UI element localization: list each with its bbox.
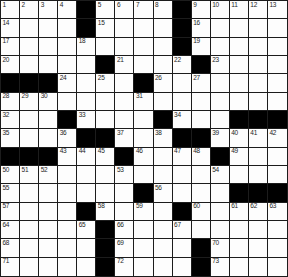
clue-number: 55 <box>3 185 10 192</box>
white-cell[interactable]: 39 <box>211 129 230 147</box>
white-cell[interactable]: 10 <box>211 1 230 19</box>
white-cell[interactable]: 6 <box>115 1 134 19</box>
black-cell <box>192 129 211 147</box>
clue-number: 14 <box>3 20 10 27</box>
clue-number: 44 <box>79 148 86 155</box>
white-cell[interactable]: 13 <box>268 1 287 19</box>
white-cell[interactable]: 19 <box>192 38 211 56</box>
black-cell <box>96 258 115 276</box>
white-cell[interactable] <box>230 258 249 276</box>
white-cell[interactable] <box>154 19 173 37</box>
clue-number: 4 <box>60 2 63 9</box>
crossword-grid: 1234567891011121314151617181920212223242… <box>0 0 288 277</box>
white-cell[interactable] <box>39 258 58 276</box>
black-cell <box>1 74 20 92</box>
white-cell[interactable] <box>230 56 249 74</box>
clue-number: 34 <box>174 112 181 119</box>
white-cell[interactable] <box>211 203 230 221</box>
black-cell <box>192 56 211 74</box>
white-cell[interactable]: 64 <box>1 221 20 239</box>
white-cell[interactable]: 26 <box>154 74 173 92</box>
white-cell[interactable]: 29 <box>20 93 39 111</box>
white-cell[interactable]: 9 <box>192 1 211 19</box>
clue-number: 12 <box>250 2 257 9</box>
clue-number: 23 <box>212 57 219 64</box>
white-cell[interactable]: 20 <box>1 56 20 74</box>
white-cell[interactable]: 42 <box>268 129 287 147</box>
black-cell <box>230 111 249 129</box>
clue-number: 18 <box>79 38 86 45</box>
white-cell[interactable]: 54 <box>211 166 230 184</box>
white-cell[interactable] <box>192 184 211 202</box>
white-cell[interactable]: 8 <box>154 1 173 19</box>
clue-number: 62 <box>250 203 257 210</box>
white-cell[interactable]: 71 <box>1 258 20 276</box>
white-cell[interactable]: 56 <box>154 184 173 202</box>
white-cell[interactable]: 27 <box>192 74 211 92</box>
white-cell[interactable]: 35 <box>1 129 20 147</box>
white-cell[interactable] <box>230 239 249 257</box>
white-cell[interactable] <box>115 74 134 92</box>
clue-number: 13 <box>269 2 276 9</box>
black-cell <box>192 258 211 276</box>
clue-number: 9 <box>193 2 196 9</box>
clue-number: 71 <box>3 258 10 265</box>
black-cell <box>20 74 39 92</box>
white-cell[interactable] <box>96 111 115 129</box>
white-cell[interactable] <box>20 221 39 239</box>
white-cell[interactable]: 73 <box>211 258 230 276</box>
white-cell[interactable] <box>115 184 134 202</box>
white-cell[interactable] <box>230 166 249 184</box>
white-cell[interactable] <box>39 111 58 129</box>
white-cell[interactable]: 38 <box>154 129 173 147</box>
white-cell[interactable] <box>154 166 173 184</box>
clue-number: 59 <box>136 203 143 210</box>
clue-number: 8 <box>155 2 158 9</box>
white-cell[interactable] <box>211 74 230 92</box>
white-cell[interactable] <box>249 38 268 56</box>
black-cell <box>134 74 153 92</box>
white-cell[interactable] <box>77 56 96 74</box>
white-cell[interactable]: 37 <box>115 129 134 147</box>
white-cell[interactable] <box>192 111 211 129</box>
clue-number: 33 <box>79 112 86 119</box>
clue-number: 66 <box>117 222 124 229</box>
white-cell[interactable] <box>211 93 230 111</box>
white-cell[interactable]: 2 <box>20 1 39 19</box>
white-cell[interactable]: 45 <box>96 148 115 166</box>
white-cell[interactable] <box>134 111 153 129</box>
white-cell[interactable] <box>39 203 58 221</box>
white-cell[interactable]: 66 <box>115 221 134 239</box>
clue-number: 29 <box>22 93 29 100</box>
clue-number: 15 <box>98 20 105 27</box>
white-cell[interactable] <box>211 38 230 56</box>
white-cell[interactable] <box>58 93 77 111</box>
white-cell[interactable] <box>58 56 77 74</box>
white-cell[interactable]: 18 <box>77 38 96 56</box>
white-cell[interactable] <box>154 93 173 111</box>
clue-number: 25 <box>98 75 105 82</box>
clue-number: 11 <box>231 2 237 9</box>
white-cell[interactable] <box>20 19 39 37</box>
white-cell[interactable]: 65 <box>77 221 96 239</box>
white-cell[interactable] <box>134 258 153 276</box>
white-cell[interactable]: 63 <box>268 203 287 221</box>
white-cell[interactable] <box>154 221 173 239</box>
crossword-puzzle: 1234567891011121314151617181920212223242… <box>0 0 288 277</box>
clue-number: 69 <box>117 240 124 247</box>
clue-number: 30 <box>41 93 48 100</box>
clue-number: 39 <box>212 130 219 137</box>
black-cell <box>192 239 211 257</box>
white-cell[interactable] <box>96 166 115 184</box>
clue-number: 43 <box>60 148 67 155</box>
clue-number: 20 <box>3 57 10 64</box>
white-cell[interactable] <box>39 38 58 56</box>
white-cell[interactable]: 3 <box>39 1 58 19</box>
white-cell[interactable]: 46 <box>134 148 153 166</box>
white-cell[interactable] <box>39 239 58 257</box>
clue-number: 1 <box>3 2 6 9</box>
white-cell[interactable]: 53 <box>115 166 134 184</box>
black-cell <box>77 19 96 37</box>
black-cell <box>58 111 77 129</box>
black-cell <box>96 239 115 257</box>
white-cell[interactable]: 58 <box>96 203 115 221</box>
black-cell <box>77 1 96 19</box>
white-cell[interactable] <box>20 258 39 276</box>
white-cell[interactable] <box>192 221 211 239</box>
white-cell[interactable]: 32 <box>1 111 20 129</box>
clue-number: 72 <box>117 258 124 265</box>
black-cell <box>154 111 173 129</box>
white-cell[interactable]: 72 <box>115 258 134 276</box>
white-cell[interactable] <box>39 129 58 147</box>
white-cell[interactable] <box>249 19 268 37</box>
black-cell <box>268 111 287 129</box>
clue-number: 40 <box>231 130 238 137</box>
clue-number: 56 <box>155 185 162 192</box>
black-cell <box>1 148 20 166</box>
clue-number: 6 <box>117 2 120 9</box>
white-cell[interactable] <box>20 56 39 74</box>
clue-number: 49 <box>231 148 238 155</box>
white-cell[interactable]: 21 <box>115 56 134 74</box>
white-cell[interactable] <box>96 93 115 111</box>
black-cell <box>211 148 230 166</box>
clue-number: 22 <box>174 57 181 64</box>
clue-number: 51 <box>22 167 29 174</box>
clue-number: 17 <box>3 38 10 45</box>
white-cell[interactable] <box>230 221 249 239</box>
clue-number: 57 <box>3 203 10 210</box>
clue-number: 63 <box>269 203 276 210</box>
white-cell[interactable] <box>211 19 230 37</box>
white-cell[interactable] <box>20 129 39 147</box>
white-cell[interactable] <box>173 184 192 202</box>
clue-number: 35 <box>3 130 10 137</box>
white-cell[interactable]: 50 <box>1 166 20 184</box>
clue-number: 26 <box>155 75 162 82</box>
clue-number: 65 <box>79 222 86 229</box>
white-cell[interactable] <box>211 184 230 202</box>
white-cell[interactable] <box>211 111 230 129</box>
white-cell[interactable]: 69 <box>115 239 134 257</box>
black-cell <box>173 19 192 37</box>
black-cell <box>96 56 115 74</box>
white-cell[interactable]: 23 <box>211 56 230 74</box>
white-cell[interactable] <box>134 166 153 184</box>
white-cell[interactable] <box>154 148 173 166</box>
white-cell[interactable]: 57 <box>1 203 20 221</box>
white-cell[interactable]: 62 <box>249 203 268 221</box>
clue-number: 5 <box>98 2 101 9</box>
white-cell[interactable] <box>134 239 153 257</box>
clue-number: 3 <box>41 2 44 9</box>
white-cell[interactable] <box>192 166 211 184</box>
clue-number: 21 <box>117 57 124 64</box>
clue-number: 2 <box>22 2 25 9</box>
white-cell[interactable] <box>268 38 287 56</box>
black-cell <box>173 129 192 147</box>
white-cell[interactable] <box>173 74 192 92</box>
white-cell[interactable] <box>173 239 192 257</box>
white-cell[interactable]: 11 <box>230 1 249 19</box>
black-cell <box>230 184 249 202</box>
white-cell[interactable] <box>249 74 268 92</box>
white-cell[interactable] <box>249 166 268 184</box>
black-cell <box>39 148 58 166</box>
white-cell[interactable]: 59 <box>134 203 153 221</box>
white-cell[interactable]: 41 <box>249 129 268 147</box>
white-cell[interactable] <box>154 56 173 74</box>
white-cell[interactable]: 16 <box>192 19 211 37</box>
clue-number: 38 <box>155 130 162 137</box>
black-cell <box>268 184 287 202</box>
black-cell <box>77 203 96 221</box>
white-cell[interactable] <box>249 148 268 166</box>
white-cell[interactable] <box>268 19 287 37</box>
white-cell[interactable] <box>77 74 96 92</box>
clue-number: 54 <box>212 167 219 174</box>
white-cell[interactable] <box>134 19 153 37</box>
white-cell[interactable] <box>58 221 77 239</box>
white-cell[interactable] <box>230 74 249 92</box>
white-cell[interactable] <box>39 221 58 239</box>
clue-number: 42 <box>269 130 276 137</box>
white-cell[interactable] <box>268 148 287 166</box>
white-cell[interactable] <box>58 203 77 221</box>
white-cell[interactable] <box>77 258 96 276</box>
white-cell[interactable] <box>249 258 268 276</box>
white-cell[interactable] <box>173 93 192 111</box>
white-cell[interactable] <box>230 38 249 56</box>
white-cell[interactable] <box>39 184 58 202</box>
white-cell[interactable] <box>268 239 287 257</box>
white-cell[interactable] <box>154 38 173 56</box>
white-cell[interactable] <box>154 203 173 221</box>
clue-number: 28 <box>3 93 10 100</box>
white-cell[interactable]: 22 <box>173 56 192 74</box>
white-cell[interactable]: 34 <box>173 111 192 129</box>
black-cell <box>173 203 192 221</box>
clue-number: 70 <box>212 240 219 247</box>
white-cell[interactable] <box>211 221 230 239</box>
white-cell[interactable] <box>173 166 192 184</box>
white-cell[interactable]: 30 <box>39 93 58 111</box>
white-cell[interactable]: 25 <box>96 74 115 92</box>
white-cell[interactable]: 4 <box>58 1 77 19</box>
white-cell[interactable]: 47 <box>173 148 192 166</box>
clue-number: 60 <box>193 203 200 210</box>
white-cell[interactable] <box>96 38 115 56</box>
clue-number: 64 <box>3 222 10 229</box>
clue-number: 37 <box>117 130 124 137</box>
white-cell[interactable]: 28 <box>1 93 20 111</box>
clue-number: 73 <box>212 258 219 265</box>
white-cell[interactable] <box>115 38 134 56</box>
white-cell[interactable] <box>115 93 134 111</box>
black-cell <box>39 74 58 92</box>
white-cell[interactable]: 15 <box>96 19 115 37</box>
black-cell <box>96 129 115 147</box>
white-cell[interactable]: 55 <box>1 184 20 202</box>
white-cell[interactable] <box>115 111 134 129</box>
white-cell[interactable]: 24 <box>58 74 77 92</box>
clue-number: 47 <box>174 148 181 155</box>
white-cell[interactable] <box>58 166 77 184</box>
white-cell[interactable]: 67 <box>173 221 192 239</box>
black-cell <box>77 129 96 147</box>
white-cell[interactable] <box>77 239 96 257</box>
clue-number: 61 <box>231 203 238 210</box>
white-cell[interactable] <box>230 19 249 37</box>
white-cell[interactable] <box>268 221 287 239</box>
white-cell[interactable] <box>268 56 287 74</box>
white-cell[interactable] <box>268 93 287 111</box>
clue-number: 46 <box>136 148 143 155</box>
white-cell[interactable] <box>20 184 39 202</box>
clue-number: 68 <box>3 240 10 247</box>
white-cell[interactable]: 70 <box>211 239 230 257</box>
white-cell[interactable] <box>154 258 173 276</box>
clue-number: 32 <box>3 112 10 119</box>
white-cell[interactable] <box>268 166 287 184</box>
black-cell <box>20 148 39 166</box>
white-cell[interactable] <box>249 221 268 239</box>
black-cell <box>249 184 268 202</box>
white-cell[interactable]: 52 <box>39 166 58 184</box>
white-cell[interactable] <box>249 93 268 111</box>
clue-number: 50 <box>3 167 10 174</box>
white-cell[interactable] <box>96 184 115 202</box>
white-cell[interactable] <box>58 184 77 202</box>
white-cell[interactable]: 40 <box>230 129 249 147</box>
clue-number: 24 <box>60 75 67 82</box>
white-cell[interactable] <box>134 129 153 147</box>
white-cell[interactable] <box>115 203 134 221</box>
white-cell[interactable] <box>20 203 39 221</box>
black-cell <box>249 111 268 129</box>
white-cell[interactable]: 51 <box>20 166 39 184</box>
white-cell[interactable]: 48 <box>192 148 211 166</box>
clue-number: 52 <box>41 167 48 174</box>
clue-number: 48 <box>193 148 200 155</box>
clue-number: 36 <box>60 130 67 137</box>
black-cell <box>134 184 153 202</box>
white-cell[interactable] <box>268 74 287 92</box>
white-cell[interactable] <box>58 258 77 276</box>
clue-number: 27 <box>193 75 200 82</box>
white-cell[interactable] <box>134 221 153 239</box>
white-cell[interactable] <box>154 239 173 257</box>
black-cell <box>115 148 134 166</box>
white-cell[interactable] <box>77 184 96 202</box>
white-cell[interactable] <box>58 239 77 257</box>
clue-number: 41 <box>250 130 257 137</box>
black-cell <box>173 1 192 19</box>
white-cell[interactable]: 14 <box>1 19 20 37</box>
white-cell[interactable]: 33 <box>77 111 96 129</box>
clue-number: 19 <box>193 38 200 45</box>
black-cell <box>96 221 115 239</box>
white-cell[interactable] <box>173 258 192 276</box>
white-cell[interactable]: 17 <box>1 38 20 56</box>
clue-number: 10 <box>212 2 219 9</box>
clue-number: 7 <box>136 2 139 9</box>
clue-number: 53 <box>117 167 124 174</box>
clue-number: 58 <box>98 203 105 210</box>
white-cell[interactable]: 60 <box>192 203 211 221</box>
white-cell[interactable]: 61 <box>230 203 249 221</box>
white-cell[interactable] <box>192 93 211 111</box>
white-cell[interactable]: 31 <box>134 93 153 111</box>
clue-number: 67 <box>174 222 181 229</box>
white-cell[interactable] <box>230 93 249 111</box>
white-cell[interactable]: 1 <box>1 1 20 19</box>
white-cell[interactable] <box>58 19 77 37</box>
white-cell[interactable]: 68 <box>1 239 20 257</box>
white-cell[interactable] <box>20 239 39 257</box>
white-cell[interactable]: 44 <box>77 148 96 166</box>
clue-number: 31 <box>136 93 143 100</box>
white-cell[interactable] <box>134 38 153 56</box>
white-cell[interactable] <box>134 56 153 74</box>
white-cell[interactable]: 49 <box>230 148 249 166</box>
white-cell[interactable]: 36 <box>58 129 77 147</box>
white-cell[interactable]: 7 <box>134 1 153 19</box>
white-cell[interactable] <box>249 56 268 74</box>
white-cell[interactable] <box>268 258 287 276</box>
white-cell[interactable] <box>39 56 58 74</box>
white-cell[interactable] <box>20 111 39 129</box>
white-cell[interactable]: 43 <box>58 148 77 166</box>
clue-number: 45 <box>98 148 105 155</box>
white-cell[interactable] <box>249 239 268 257</box>
black-cell <box>173 38 192 56</box>
clue-number: 16 <box>193 20 200 27</box>
white-cell[interactable]: 5 <box>96 1 115 19</box>
white-cell[interactable]: 12 <box>249 1 268 19</box>
white-cell[interactable] <box>39 19 58 37</box>
white-cell[interactable] <box>58 38 77 56</box>
white-cell[interactable] <box>20 38 39 56</box>
white-cell[interactable] <box>77 166 96 184</box>
white-cell[interactable] <box>115 19 134 37</box>
white-cell[interactable] <box>77 93 96 111</box>
